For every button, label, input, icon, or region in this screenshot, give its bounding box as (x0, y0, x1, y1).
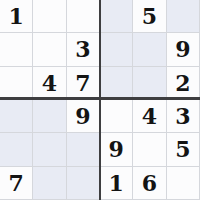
cell-r2c3[interactable]: 3 (67, 33, 100, 66)
sudoku-board: 153947294395716 (0, 0, 200, 200)
cell-r3c2[interactable]: 4 (33, 67, 66, 100)
cell-r2c4[interactable] (100, 33, 133, 66)
cell-r5c6[interactable]: 5 (167, 133, 200, 166)
cell-r4c6[interactable]: 3 (167, 100, 200, 133)
cell-r4c2[interactable] (33, 100, 66, 133)
cell-r2c5[interactable] (133, 33, 166, 66)
cell-r6c3[interactable] (67, 167, 100, 200)
cell-r1c2[interactable] (33, 0, 66, 33)
cell-r1c1[interactable]: 1 (0, 0, 33, 33)
cell-r3c5[interactable] (133, 67, 166, 100)
cell-r6c6[interactable] (167, 167, 200, 200)
cell-r4c4[interactable] (100, 100, 133, 133)
cell-r3c1[interactable] (0, 67, 33, 100)
cell-r3c4[interactable] (100, 67, 133, 100)
cell-r1c4[interactable] (100, 0, 133, 33)
cell-r4c3[interactable]: 9 (67, 100, 100, 133)
cell-r6c4[interactable]: 1 (100, 167, 133, 200)
cell-r1c6[interactable] (167, 0, 200, 33)
cell-r4c5[interactable]: 4 (133, 100, 166, 133)
cell-r6c2[interactable] (33, 167, 66, 200)
cell-r3c6[interactable]: 2 (167, 67, 200, 100)
cell-r3c3[interactable]: 7 (67, 67, 100, 100)
cell-r5c3[interactable] (67, 133, 100, 166)
cell-r2c6[interactable]: 9 (167, 33, 200, 66)
cell-r6c5[interactable]: 6 (133, 167, 166, 200)
cell-r5c5[interactable] (133, 133, 166, 166)
cell-r5c2[interactable] (33, 133, 66, 166)
cell-r5c1[interactable] (0, 133, 33, 166)
cell-r1c3[interactable] (67, 0, 100, 33)
cell-r4c1[interactable] (0, 100, 33, 133)
cell-r6c1[interactable]: 7 (0, 167, 33, 200)
cell-r2c2[interactable] (33, 33, 66, 66)
cell-r5c4[interactable]: 9 (100, 133, 133, 166)
cell-r2c1[interactable] (0, 33, 33, 66)
cell-r1c5[interactable]: 5 (133, 0, 166, 33)
